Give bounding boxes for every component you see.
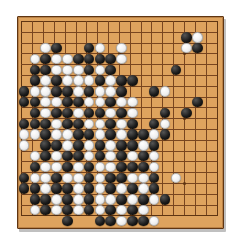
white-stone [116, 216, 127, 227]
black-stone [62, 86, 73, 97]
white-stone [51, 194, 62, 205]
black-stone [40, 129, 51, 140]
black-stone [19, 119, 30, 130]
white-stone [95, 97, 106, 108]
white-stone [95, 205, 106, 216]
black-stone [105, 97, 116, 108]
white-stone [105, 151, 116, 162]
white-stone [51, 151, 62, 162]
white-stone [40, 108, 51, 119]
white-stone [30, 151, 41, 162]
white-stone [116, 183, 127, 194]
black-stone [138, 162, 149, 173]
black-stone [40, 119, 51, 130]
black-stone [73, 151, 84, 162]
white-stone [105, 194, 116, 205]
white-stone [149, 151, 160, 162]
black-stone [181, 108, 192, 119]
white-stone [160, 86, 171, 97]
white-stone [127, 151, 138, 162]
white-stone [105, 162, 116, 173]
white-stone [73, 183, 84, 194]
go-board[interactable] [17, 16, 224, 229]
white-stone [62, 65, 73, 76]
black-stone [51, 75, 62, 86]
black-stone [105, 173, 116, 184]
black-stone [149, 86, 160, 97]
black-stone [105, 54, 116, 65]
star-point [183, 182, 186, 185]
white-stone [95, 162, 106, 173]
black-stone [62, 97, 73, 108]
black-stone [127, 162, 138, 173]
white-stone [40, 75, 51, 86]
black-stone [116, 194, 127, 205]
black-stone [127, 216, 138, 227]
black-stone [105, 205, 116, 216]
black-stone [116, 75, 127, 86]
white-stone [19, 129, 30, 140]
black-stone [30, 183, 41, 194]
white-stone [149, 162, 160, 173]
black-stone [84, 205, 95, 216]
black-stone [95, 75, 106, 86]
white-stone [116, 119, 127, 130]
white-stone [40, 86, 51, 97]
white-stone [84, 97, 95, 108]
white-stone [149, 216, 160, 227]
white-stone [40, 43, 51, 54]
black-stone [192, 43, 203, 54]
board-grid[interactable] [21, 21, 217, 216]
black-stone [30, 119, 41, 130]
black-stone [149, 173, 160, 184]
black-stone [116, 162, 127, 173]
black-stone [160, 129, 171, 140]
white-stone [127, 194, 138, 205]
black-stone [127, 205, 138, 216]
black-stone [116, 86, 127, 97]
white-stone [105, 86, 116, 97]
black-stone [30, 162, 41, 173]
black-stone [160, 108, 171, 119]
black-stone [30, 108, 41, 119]
black-stone [84, 129, 95, 140]
black-stone [149, 119, 160, 130]
white-stone [116, 54, 127, 65]
white-stone [19, 140, 30, 151]
white-stone [51, 205, 62, 216]
white-stone [116, 43, 127, 54]
white-stone [73, 65, 84, 76]
white-stone [51, 119, 62, 130]
black-stone [160, 194, 171, 205]
black-stone [95, 216, 106, 227]
white-stone [95, 86, 106, 97]
black-stone [30, 194, 41, 205]
black-stone [149, 140, 160, 151]
black-stone [62, 108, 73, 119]
black-stone [19, 183, 30, 194]
white-stone [84, 151, 95, 162]
white-stone [51, 129, 62, 140]
black-stone [40, 194, 51, 205]
black-stone [84, 54, 95, 65]
black-stone [127, 75, 138, 86]
black-stone [116, 173, 127, 184]
white-stone [138, 183, 149, 194]
white-stone [138, 173, 149, 184]
grid-line-v [173, 21, 174, 216]
white-stone [51, 65, 62, 76]
white-stone [40, 173, 51, 184]
white-stone [73, 162, 84, 173]
white-stone [127, 97, 138, 108]
white-stone [73, 86, 84, 97]
black-stone [105, 65, 116, 76]
white-stone [73, 194, 84, 205]
black-stone [19, 86, 30, 97]
white-stone [30, 129, 41, 140]
black-stone [127, 119, 138, 130]
white-stone [62, 54, 73, 65]
black-stone [40, 54, 51, 65]
white-stone [40, 97, 51, 108]
black-stone [95, 151, 106, 162]
black-stone [105, 183, 116, 194]
black-stone [138, 216, 149, 227]
black-stone [40, 205, 51, 216]
black-stone [62, 151, 73, 162]
black-stone [84, 86, 95, 97]
black-stone [138, 129, 149, 140]
black-stone [30, 75, 41, 86]
black-stone [19, 97, 30, 108]
black-stone [30, 65, 41, 76]
white-stone [51, 162, 62, 173]
black-stone [51, 173, 62, 184]
white-stone [105, 108, 116, 119]
black-stone [51, 108, 62, 119]
white-stone [160, 119, 171, 130]
black-stone [84, 43, 95, 54]
black-stone [84, 65, 95, 76]
white-stone [30, 205, 41, 216]
black-stone [84, 162, 95, 173]
white-stone [51, 54, 62, 65]
black-stone [95, 54, 106, 65]
white-stone [192, 32, 203, 43]
black-stone [95, 108, 106, 119]
white-stone [62, 129, 73, 140]
black-stone [116, 151, 127, 162]
white-stone [171, 173, 182, 184]
white-stone [138, 205, 149, 216]
white-stone [95, 129, 106, 140]
black-stone [84, 183, 95, 194]
black-stone [62, 183, 73, 194]
white-stone [127, 108, 138, 119]
white-stone [40, 162, 51, 173]
black-stone [127, 183, 138, 194]
white-stone [127, 173, 138, 184]
black-stone [62, 194, 73, 205]
white-stone [149, 194, 160, 205]
black-stone [95, 140, 106, 151]
black-stone [73, 119, 84, 130]
white-stone [30, 54, 41, 65]
black-stone [62, 216, 73, 227]
white-stone [95, 119, 106, 130]
black-stone [138, 194, 149, 205]
white-stone [62, 140, 73, 151]
white-stone [40, 183, 51, 194]
page-background [0, 0, 235, 239]
black-stone [116, 108, 127, 119]
white-stone [149, 129, 160, 140]
white-stone [181, 43, 192, 54]
black-stone [192, 97, 203, 108]
black-stone [149, 183, 160, 194]
black-stone [51, 183, 62, 194]
black-stone [73, 129, 84, 140]
black-stone [51, 140, 62, 151]
white-stone [105, 75, 116, 86]
white-stone [62, 75, 73, 86]
black-stone [105, 119, 116, 130]
black-stone [62, 162, 73, 173]
white-stone [62, 173, 73, 184]
black-stone [116, 140, 127, 151]
black-stone [51, 43, 62, 54]
black-stone [105, 216, 116, 227]
black-stone [105, 129, 116, 140]
black-stone [127, 129, 138, 140]
white-stone [84, 140, 95, 151]
black-stone [40, 65, 51, 76]
white-stone [95, 194, 106, 205]
black-stone [73, 54, 84, 65]
white-stone [73, 108, 84, 119]
white-stone [116, 205, 127, 216]
grid-line-v [206, 21, 207, 216]
black-stone [84, 194, 95, 205]
white-stone [30, 173, 41, 184]
white-stone [84, 119, 95, 130]
white-stone [73, 205, 84, 216]
black-stone [62, 119, 73, 130]
white-stone [95, 65, 106, 76]
white-stone [84, 75, 95, 86]
grid-line-v [217, 21, 218, 216]
black-stone [51, 86, 62, 97]
white-stone [105, 140, 116, 151]
black-stone [19, 173, 30, 184]
black-stone [171, 65, 182, 76]
black-stone [127, 140, 138, 151]
white-stone [73, 173, 84, 184]
black-stone [62, 205, 73, 216]
black-stone [181, 32, 192, 43]
white-stone [51, 97, 62, 108]
white-stone [30, 86, 41, 97]
white-stone [116, 97, 127, 108]
white-stone [73, 75, 84, 86]
black-stone [73, 140, 84, 151]
black-stone [40, 151, 51, 162]
white-stone [116, 129, 127, 140]
black-stone [84, 173, 95, 184]
black-stone [138, 151, 149, 162]
black-stone [84, 108, 95, 119]
white-stone [95, 173, 106, 184]
white-stone [95, 43, 106, 54]
white-stone [95, 183, 106, 194]
white-stone [138, 140, 149, 151]
black-stone [73, 97, 84, 108]
black-stone [30, 97, 41, 108]
black-stone [40, 140, 51, 151]
